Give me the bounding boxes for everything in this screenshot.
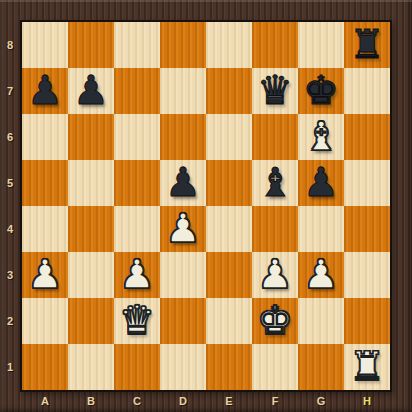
square-b6[interactable] bbox=[68, 114, 114, 160]
square-h2[interactable] bbox=[344, 298, 390, 344]
square-b5[interactable] bbox=[68, 160, 114, 206]
black-rook-h8[interactable]: ♜ bbox=[349, 24, 385, 64]
white-king-f2[interactable]: ♚ bbox=[257, 300, 293, 340]
square-a1[interactable] bbox=[22, 344, 68, 390]
square-d7[interactable] bbox=[160, 68, 206, 114]
square-a7[interactable]: ♟ bbox=[22, 68, 68, 114]
rank-label-5: 5 bbox=[0, 160, 20, 206]
rank-label-2: 2 bbox=[0, 298, 20, 344]
square-b7[interactable]: ♟ bbox=[68, 68, 114, 114]
square-c5[interactable] bbox=[114, 160, 160, 206]
file-label-b: B bbox=[68, 392, 114, 410]
chess-board: ♜♟♟♛♚♝♟♝♟♟♟♟♟♟♛♚♜ bbox=[22, 22, 390, 390]
square-g1[interactable] bbox=[298, 344, 344, 390]
square-e7[interactable] bbox=[206, 68, 252, 114]
square-a2[interactable] bbox=[22, 298, 68, 344]
square-g3[interactable]: ♟ bbox=[298, 252, 344, 298]
square-f8[interactable] bbox=[252, 22, 298, 68]
square-a3[interactable]: ♟ bbox=[22, 252, 68, 298]
square-b8[interactable] bbox=[68, 22, 114, 68]
square-g7[interactable]: ♚ bbox=[298, 68, 344, 114]
file-label-a: A bbox=[22, 392, 68, 410]
square-h1[interactable]: ♜ bbox=[344, 344, 390, 390]
black-pawn-d5[interactable]: ♟ bbox=[165, 162, 201, 202]
white-pawn-d4[interactable]: ♟ bbox=[165, 208, 201, 248]
square-f5[interactable]: ♝ bbox=[252, 160, 298, 206]
square-f1[interactable] bbox=[252, 344, 298, 390]
square-g5[interactable]: ♟ bbox=[298, 160, 344, 206]
square-f4[interactable] bbox=[252, 206, 298, 252]
square-g8[interactable] bbox=[298, 22, 344, 68]
white-pawn-f3[interactable]: ♟ bbox=[257, 254, 293, 294]
square-d1[interactable] bbox=[160, 344, 206, 390]
square-e4[interactable] bbox=[206, 206, 252, 252]
square-a5[interactable] bbox=[22, 160, 68, 206]
square-h7[interactable] bbox=[344, 68, 390, 114]
square-b2[interactable] bbox=[68, 298, 114, 344]
file-label-f: F bbox=[252, 392, 298, 410]
white-queen-c2[interactable]: ♛ bbox=[119, 300, 155, 340]
white-rook-h1[interactable]: ♜ bbox=[349, 346, 385, 386]
rank-label-1: 1 bbox=[0, 344, 20, 390]
square-f6[interactable] bbox=[252, 114, 298, 160]
square-d5[interactable]: ♟ bbox=[160, 160, 206, 206]
file-label-c: C bbox=[114, 392, 160, 410]
square-h4[interactable] bbox=[344, 206, 390, 252]
square-g2[interactable] bbox=[298, 298, 344, 344]
black-bishop-f5[interactable]: ♝ bbox=[257, 162, 293, 202]
square-f7[interactable]: ♛ bbox=[252, 68, 298, 114]
square-d2[interactable] bbox=[160, 298, 206, 344]
rank-label-3: 3 bbox=[0, 252, 20, 298]
square-a6[interactable] bbox=[22, 114, 68, 160]
square-e8[interactable] bbox=[206, 22, 252, 68]
black-pawn-g5[interactable]: ♟ bbox=[303, 162, 339, 202]
file-label-g: G bbox=[298, 392, 344, 410]
rank-label-6: 6 bbox=[0, 114, 20, 160]
board-frame: ♜♟♟♛♚♝♟♝♟♟♟♟♟♟♛♚♜ bbox=[20, 20, 392, 392]
square-d6[interactable] bbox=[160, 114, 206, 160]
square-b1[interactable] bbox=[68, 344, 114, 390]
square-h3[interactable] bbox=[344, 252, 390, 298]
rank-label-8: 8 bbox=[0, 22, 20, 68]
square-d4[interactable]: ♟ bbox=[160, 206, 206, 252]
square-c7[interactable] bbox=[114, 68, 160, 114]
square-g4[interactable] bbox=[298, 206, 344, 252]
white-bishop-g6[interactable]: ♝ bbox=[303, 116, 339, 156]
square-b3[interactable] bbox=[68, 252, 114, 298]
rank-label-4: 4 bbox=[0, 206, 20, 252]
square-f2[interactable]: ♚ bbox=[252, 298, 298, 344]
square-d3[interactable] bbox=[160, 252, 206, 298]
chess-board-app: ♜♟♟♛♚♝♟♝♟♟♟♟♟♟♛♚♜ 87654321ABCDEFGH bbox=[0, 0, 412, 412]
square-e6[interactable] bbox=[206, 114, 252, 160]
square-f3[interactable]: ♟ bbox=[252, 252, 298, 298]
square-h8[interactable]: ♜ bbox=[344, 22, 390, 68]
square-h6[interactable] bbox=[344, 114, 390, 160]
square-b4[interactable] bbox=[68, 206, 114, 252]
square-e3[interactable] bbox=[206, 252, 252, 298]
square-d8[interactable] bbox=[160, 22, 206, 68]
square-c6[interactable] bbox=[114, 114, 160, 160]
rank-label-7: 7 bbox=[0, 68, 20, 114]
square-c4[interactable] bbox=[114, 206, 160, 252]
white-pawn-a3[interactable]: ♟ bbox=[27, 254, 63, 294]
square-a8[interactable] bbox=[22, 22, 68, 68]
file-label-h: H bbox=[344, 392, 390, 410]
square-e1[interactable] bbox=[206, 344, 252, 390]
square-e2[interactable] bbox=[206, 298, 252, 344]
white-pawn-c3[interactable]: ♟ bbox=[119, 254, 155, 294]
square-a4[interactable] bbox=[22, 206, 68, 252]
black-pawn-a7[interactable]: ♟ bbox=[27, 70, 63, 110]
square-c2[interactable]: ♛ bbox=[114, 298, 160, 344]
square-c8[interactable] bbox=[114, 22, 160, 68]
square-c1[interactable] bbox=[114, 344, 160, 390]
file-label-e: E bbox=[206, 392, 252, 410]
black-pawn-b7[interactable]: ♟ bbox=[73, 70, 109, 110]
black-king-g7[interactable]: ♚ bbox=[303, 70, 339, 110]
square-g6[interactable]: ♝ bbox=[298, 114, 344, 160]
black-queen-f7[interactable]: ♛ bbox=[257, 70, 293, 110]
file-label-d: D bbox=[160, 392, 206, 410]
square-h5[interactable] bbox=[344, 160, 390, 206]
white-pawn-g3[interactable]: ♟ bbox=[303, 254, 339, 294]
square-c3[interactable]: ♟ bbox=[114, 252, 160, 298]
square-e5[interactable] bbox=[206, 160, 252, 206]
